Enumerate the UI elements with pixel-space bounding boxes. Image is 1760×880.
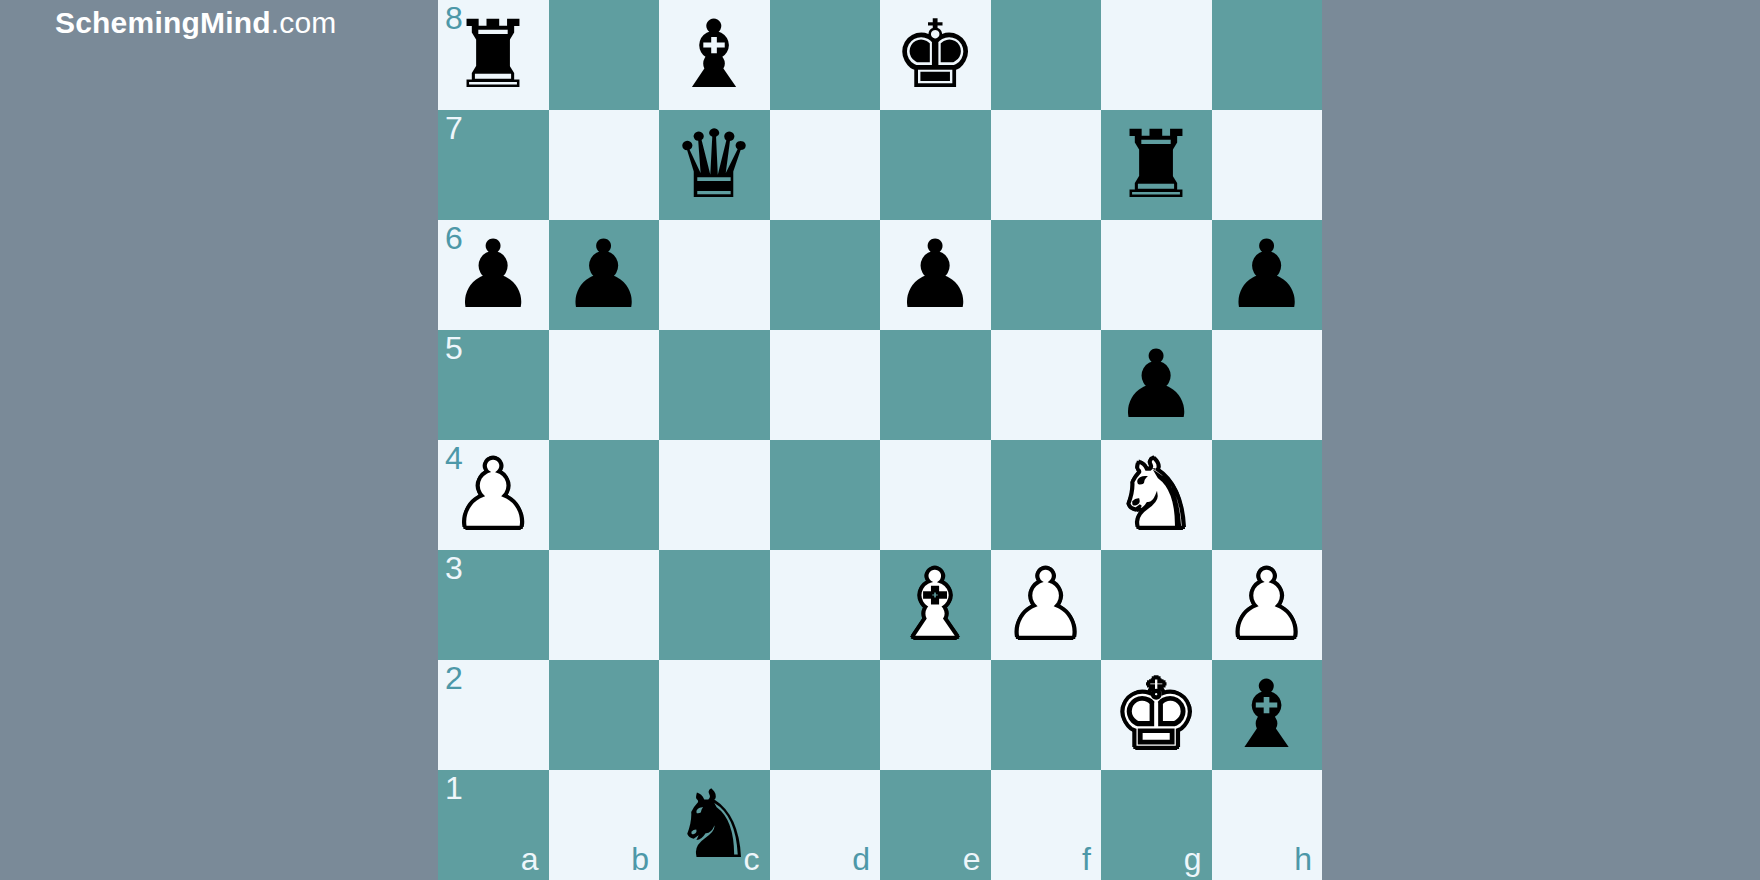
square-h6[interactable]: ♟ [1212, 220, 1323, 330]
black-rook-a8[interactable]: ♜ [451, 0, 535, 110]
white-pawn-f3[interactable]: ♟ [1004, 550, 1088, 660]
white-king-g2[interactable]: ♚ [1114, 660, 1198, 770]
black-pawn-h6[interactable]: ♟ [1225, 220, 1309, 330]
site-logo-suffix: .com [271, 6, 337, 39]
white-knight-g4[interactable]: ♞ [1114, 440, 1198, 550]
square-f4[interactable] [991, 440, 1102, 550]
square-d8[interactable] [770, 0, 881, 110]
square-d7[interactable] [770, 110, 881, 220]
black-queen-c7[interactable]: ♛ [672, 110, 756, 220]
rank-label-3: 3 [445, 551, 463, 586]
square-g1[interactable]: g [1101, 770, 1212, 880]
square-f8[interactable] [991, 0, 1102, 110]
rank-label-1: 1 [445, 771, 463, 806]
square-e7[interactable] [880, 110, 991, 220]
file-label-a: a [521, 842, 539, 877]
square-a7[interactable]: 7 [438, 110, 549, 220]
black-pawn-b6[interactable]: ♟ [562, 220, 646, 330]
black-rook-g7[interactable]: ♜ [1114, 110, 1198, 220]
square-d1[interactable]: d [770, 770, 881, 880]
file-label-b: b [631, 842, 649, 877]
rank-label-7: 7 [445, 111, 463, 146]
square-c2[interactable] [659, 660, 770, 770]
square-a1[interactable]: 1a [438, 770, 549, 880]
file-label-h: h [1294, 842, 1312, 877]
black-pawn-g5[interactable]: ♟ [1114, 330, 1198, 440]
square-c3[interactable] [659, 550, 770, 660]
square-c1[interactable]: c♞ [659, 770, 770, 880]
file-label-g: g [1184, 842, 1202, 877]
square-a2[interactable]: 2 [438, 660, 549, 770]
black-bishop-c8[interactable]: ♝ [672, 0, 756, 110]
square-b7[interactable] [549, 110, 660, 220]
file-label-e: e [963, 842, 981, 877]
square-h2[interactable]: ♝ [1212, 660, 1323, 770]
square-c6[interactable] [659, 220, 770, 330]
square-d4[interactable] [770, 440, 881, 550]
square-a4[interactable]: 4♟ [438, 440, 549, 550]
square-b6[interactable]: ♟ [549, 220, 660, 330]
square-g7[interactable]: ♜ [1101, 110, 1212, 220]
square-g5[interactable]: ♟ [1101, 330, 1212, 440]
square-e2[interactable] [880, 660, 991, 770]
black-knight-c1[interactable]: ♞ [672, 770, 756, 880]
square-h3[interactable]: ♟ [1212, 550, 1323, 660]
white-pawn-h3[interactable]: ♟ [1225, 550, 1309, 660]
square-c5[interactable] [659, 330, 770, 440]
square-b8[interactable] [549, 0, 660, 110]
square-b4[interactable] [549, 440, 660, 550]
square-a8[interactable]: 8♜ [438, 0, 549, 110]
black-bishop-h2[interactable]: ♝ [1225, 660, 1309, 770]
square-c7[interactable]: ♛ [659, 110, 770, 220]
square-c4[interactable] [659, 440, 770, 550]
square-h4[interactable] [1212, 440, 1323, 550]
black-king-e8[interactable]: ♚ [893, 0, 977, 110]
chess-board: 8♜♝♚7♛♜6♟♟♟♟5♟4♟♞3♝♟♟2♚♝1abc♞defgh [438, 0, 1322, 880]
square-d5[interactable] [770, 330, 881, 440]
square-g8[interactable] [1101, 0, 1212, 110]
square-h7[interactable] [1212, 110, 1323, 220]
square-f1[interactable]: f [991, 770, 1102, 880]
square-e6[interactable]: ♟ [880, 220, 991, 330]
rank-label-2: 2 [445, 661, 463, 696]
white-bishop-e3[interactable]: ♝ [893, 550, 977, 660]
square-g6[interactable] [1101, 220, 1212, 330]
square-d3[interactable] [770, 550, 881, 660]
square-b3[interactable] [549, 550, 660, 660]
square-h1[interactable]: h [1212, 770, 1323, 880]
square-e4[interactable] [880, 440, 991, 550]
square-f6[interactable] [991, 220, 1102, 330]
square-f3[interactable]: ♟ [991, 550, 1102, 660]
black-pawn-e6[interactable]: ♟ [893, 220, 977, 330]
rank-label-5: 5 [445, 331, 463, 366]
site-logo[interactable]: SchemingMind.com [55, 6, 337, 40]
square-a5[interactable]: 5 [438, 330, 549, 440]
square-h8[interactable] [1212, 0, 1323, 110]
square-f5[interactable] [991, 330, 1102, 440]
square-a3[interactable]: 3 [438, 550, 549, 660]
square-e5[interactable] [880, 330, 991, 440]
square-a6[interactable]: 6♟ [438, 220, 549, 330]
square-g4[interactable]: ♞ [1101, 440, 1212, 550]
square-e1[interactable]: e [880, 770, 991, 880]
square-h5[interactable] [1212, 330, 1323, 440]
square-g2[interactable]: ♚ [1101, 660, 1212, 770]
file-label-d: d [852, 842, 870, 877]
square-b1[interactable]: b [549, 770, 660, 880]
file-label-f: f [1082, 842, 1091, 877]
square-b5[interactable] [549, 330, 660, 440]
square-g3[interactable] [1101, 550, 1212, 660]
square-e8[interactable]: ♚ [880, 0, 991, 110]
white-pawn-a4[interactable]: ♟ [451, 440, 535, 550]
square-f2[interactable] [991, 660, 1102, 770]
square-d2[interactable] [770, 660, 881, 770]
square-d6[interactable] [770, 220, 881, 330]
square-e3[interactable]: ♝ [880, 550, 991, 660]
square-f7[interactable] [991, 110, 1102, 220]
square-b2[interactable] [549, 660, 660, 770]
square-c8[interactable]: ♝ [659, 0, 770, 110]
black-pawn-a6[interactable]: ♟ [451, 220, 535, 330]
site-logo-brand: SchemingMind [55, 6, 271, 39]
